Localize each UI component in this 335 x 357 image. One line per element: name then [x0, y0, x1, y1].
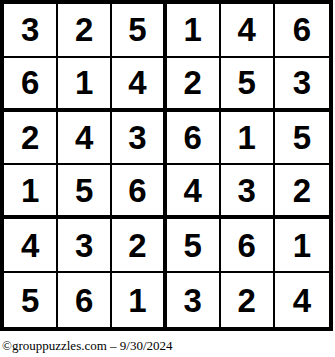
- cell-r5c5: 6: [221, 219, 275, 273]
- cell-r4c6: 2: [275, 165, 329, 219]
- cell-r6c4: 3: [167, 273, 221, 327]
- cell-r4c1: 1: [4, 165, 58, 219]
- cell-r2c3: 4: [112, 58, 166, 112]
- cell-r3c6: 5: [275, 112, 329, 166]
- cell-r6c1: 5: [4, 273, 58, 327]
- cell-r2c5: 5: [221, 58, 275, 112]
- cell-r1c4: 1: [167, 4, 221, 58]
- cell-r5c2: 3: [58, 219, 112, 273]
- cell-r2c1: 6: [4, 58, 58, 112]
- copyright-footer: ©grouppuzzles.com – 9/30/2024: [2, 338, 173, 354]
- cell-r1c3: 5: [112, 4, 166, 58]
- cell-r4c4: 4: [167, 165, 221, 219]
- cell-r3c1: 2: [4, 112, 58, 166]
- puzzle-page: 325146614253243615156432432561561324 ©gr…: [0, 0, 335, 357]
- cell-r4c2: 5: [58, 165, 112, 219]
- cell-r3c3: 3: [112, 112, 166, 166]
- cell-r2c2: 1: [58, 58, 112, 112]
- cell-r6c3: 1: [112, 273, 166, 327]
- cell-r6c2: 6: [58, 273, 112, 327]
- cell-r5c6: 1: [275, 219, 329, 273]
- cell-r5c1: 4: [4, 219, 58, 273]
- cell-r3c2: 4: [58, 112, 112, 166]
- cell-r1c2: 2: [58, 4, 112, 58]
- cell-r3c4: 6: [167, 112, 221, 166]
- cell-r6c5: 2: [221, 273, 275, 327]
- cell-r1c5: 4: [221, 4, 275, 58]
- cell-r2c4: 2: [167, 58, 221, 112]
- cell-r2c6: 3: [275, 58, 329, 112]
- cell-r1c1: 3: [4, 4, 58, 58]
- cell-r5c3: 2: [112, 219, 166, 273]
- cell-r4c3: 6: [112, 165, 166, 219]
- cell-r4c5: 3: [221, 165, 275, 219]
- sudoku-board: 325146614253243615156432432561561324: [0, 0, 333, 331]
- cell-r5c4: 5: [167, 219, 221, 273]
- cell-r1c6: 6: [275, 4, 329, 58]
- cell-r6c6: 4: [275, 273, 329, 327]
- cell-r3c5: 1: [221, 112, 275, 166]
